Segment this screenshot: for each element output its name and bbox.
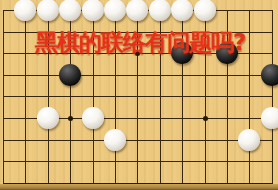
stone-white-B9 bbox=[14, 0, 36, 21]
grid-line-horizontal-4 bbox=[3, 75, 273, 76]
stone-white-C4 bbox=[37, 107, 59, 129]
stone-white-N4 bbox=[261, 107, 278, 129]
stone-white-F3 bbox=[104, 129, 126, 151]
stone-white-F9 bbox=[104, 0, 126, 21]
star-point-D4 bbox=[68, 116, 73, 121]
board-bottom-edge bbox=[0, 184, 278, 190]
stone-white-E4 bbox=[82, 107, 104, 129]
stone-white-J9 bbox=[171, 0, 193, 21]
stone-black-N6 bbox=[261, 64, 278, 86]
stone-white-C9 bbox=[37, 0, 59, 21]
stone-white-K9 bbox=[194, 0, 216, 21]
star-point-K4 bbox=[203, 116, 208, 121]
grid-line-vertical-12 bbox=[249, 10, 250, 186]
stone-white-D9 bbox=[59, 0, 81, 21]
grid-line-horizontal-8 bbox=[3, 161, 273, 162]
grid-line-horizontal-7 bbox=[3, 140, 273, 141]
stone-white-G9 bbox=[126, 0, 148, 21]
grid-line-vertical-1 bbox=[3, 10, 4, 186]
stone-white-M3 bbox=[238, 129, 260, 151]
video-frame: 黑棋的联络有问题吗? bbox=[0, 0, 278, 190]
caption-text: 黑棋的联络有问题吗? bbox=[35, 27, 245, 58]
grid-line-vertical-13 bbox=[272, 10, 273, 186]
grid-line-vertical-2 bbox=[25, 10, 26, 186]
stone-white-H9 bbox=[149, 0, 171, 21]
stone-black-D6 bbox=[59, 64, 81, 86]
grid-line-horizontal-5 bbox=[3, 96, 273, 97]
stone-white-E9 bbox=[82, 0, 104, 21]
